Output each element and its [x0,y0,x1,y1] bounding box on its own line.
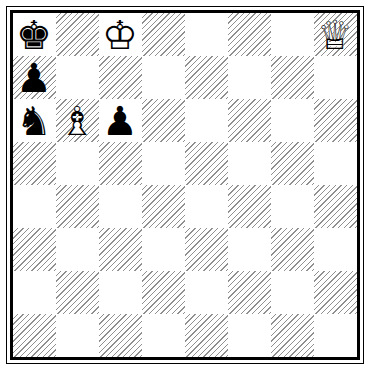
square-e5[interactable] [185,142,228,185]
square-b7[interactable] [56,56,99,99]
square-b2[interactable] [56,271,99,314]
square-a1[interactable] [13,314,56,357]
piece-white-king[interactable]: ♔ [99,13,142,56]
square-g1[interactable] [271,314,314,357]
square-h6[interactable] [314,99,357,142]
square-b5[interactable] [56,142,99,185]
square-b8[interactable] [56,13,99,56]
square-d6[interactable] [142,99,185,142]
square-f2[interactable] [228,271,271,314]
square-d1[interactable] [142,314,185,357]
square-g8[interactable] [271,13,314,56]
chess-board: ♚♚♚♔♛♕♟♟♞♞♝♗♟♟ [13,13,357,357]
square-e4[interactable] [185,185,228,228]
square-c2[interactable] [99,271,142,314]
square-d4[interactable] [142,185,185,228]
square-b4[interactable] [56,185,99,228]
square-g7[interactable] [271,56,314,99]
square-f3[interactable] [228,228,271,271]
square-f1[interactable] [228,314,271,357]
square-e2[interactable] [185,271,228,314]
square-c5[interactable] [99,142,142,185]
square-a3[interactable] [13,228,56,271]
square-a8[interactable]: ♚♚ [13,13,56,56]
piece-black-knight[interactable]: ♞ [13,99,56,142]
piece-black-pawn[interactable]: ♟ [13,56,56,99]
square-c3[interactable] [99,228,142,271]
square-h4[interactable] [314,185,357,228]
square-c7[interactable] [99,56,142,99]
square-f7[interactable] [228,56,271,99]
square-c6[interactable]: ♟♟ [99,99,142,142]
square-f6[interactable] [228,99,271,142]
square-c8[interactable]: ♚♔ [99,13,142,56]
square-c1[interactable] [99,314,142,357]
square-a7[interactable]: ♟♟ [13,56,56,99]
square-d3[interactable] [142,228,185,271]
square-g5[interactable] [271,142,314,185]
square-e6[interactable] [185,99,228,142]
board-outer-frame: ♚♚♚♔♛♕♟♟♞♞♝♗♟♟ [6,6,364,364]
square-e7[interactable] [185,56,228,99]
square-h3[interactable] [314,228,357,271]
square-g6[interactable] [271,99,314,142]
square-e1[interactable] [185,314,228,357]
square-f4[interactable] [228,185,271,228]
square-a5[interactable] [13,142,56,185]
piece-white-bishop[interactable]: ♗ [56,99,99,142]
square-b6[interactable]: ♝♗ [56,99,99,142]
square-d7[interactable] [142,56,185,99]
square-d8[interactable] [142,13,185,56]
square-h7[interactable] [314,56,357,99]
square-a2[interactable] [13,271,56,314]
square-d5[interactable] [142,142,185,185]
square-c4[interactable] [99,185,142,228]
square-h8[interactable]: ♛♕ [314,13,357,56]
square-a6[interactable]: ♞♞ [13,99,56,142]
square-f5[interactable] [228,142,271,185]
square-a4[interactable] [13,185,56,228]
square-h5[interactable] [314,142,357,185]
square-e8[interactable] [185,13,228,56]
square-b1[interactable] [56,314,99,357]
square-f8[interactable] [228,13,271,56]
square-h1[interactable] [314,314,357,357]
square-b3[interactable] [56,228,99,271]
piece-white-queen[interactable]: ♕ [314,13,357,56]
square-d2[interactable] [142,271,185,314]
square-e3[interactable] [185,228,228,271]
square-g2[interactable] [271,271,314,314]
square-g3[interactable] [271,228,314,271]
board-inner-frame: ♚♚♚♔♛♕♟♟♞♞♝♗♟♟ [10,10,360,360]
chess-diagram: ♚♚♚♔♛♕♟♟♞♞♝♗♟♟ [0,0,369,369]
piece-black-king[interactable]: ♚ [13,13,56,56]
piece-black-pawn[interactable]: ♟ [99,99,142,142]
square-g4[interactable] [271,185,314,228]
square-h2[interactable] [314,271,357,314]
